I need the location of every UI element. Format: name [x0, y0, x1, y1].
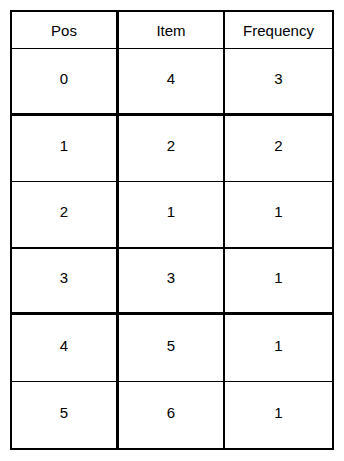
table-cell-pos-5: 5	[12, 382, 119, 449]
page-canvas: Pos Item Frequency 0 4 3 1 2 2 2 1 1 3 3…	[0, 0, 344, 461]
table-cell-frequency-1: 2	[225, 116, 332, 183]
table-cell-item-3: 3	[119, 249, 225, 316]
table-cell-frequency-5: 1	[225, 382, 332, 449]
table-cell-item-4: 5	[119, 315, 225, 382]
table-cell-pos-2: 2	[12, 182, 119, 249]
frequency-table: Pos Item Frequency 0 4 3 1 2 2 2 1 1 3 3…	[10, 10, 334, 450]
header-cell-item: Item	[119, 12, 225, 49]
table-cell-pos-1: 1	[12, 116, 119, 183]
header-cell-frequency: Frequency	[225, 12, 332, 49]
table-cell-frequency-2: 1	[225, 182, 332, 249]
header-cell-pos: Pos	[12, 12, 119, 49]
table-cell-pos-0: 0	[12, 49, 119, 116]
table-cell-item-1: 2	[119, 116, 225, 183]
table-cell-item-2: 1	[119, 182, 225, 249]
table-cell-item-0: 4	[119, 49, 225, 116]
table-cell-frequency-3: 1	[225, 249, 332, 316]
table-cell-item-5: 6	[119, 382, 225, 449]
table-cell-frequency-0: 3	[225, 49, 332, 116]
table-cell-pos-3: 3	[12, 249, 119, 316]
table-cell-frequency-4: 1	[225, 315, 332, 382]
table-cell-pos-4: 4	[12, 315, 119, 382]
